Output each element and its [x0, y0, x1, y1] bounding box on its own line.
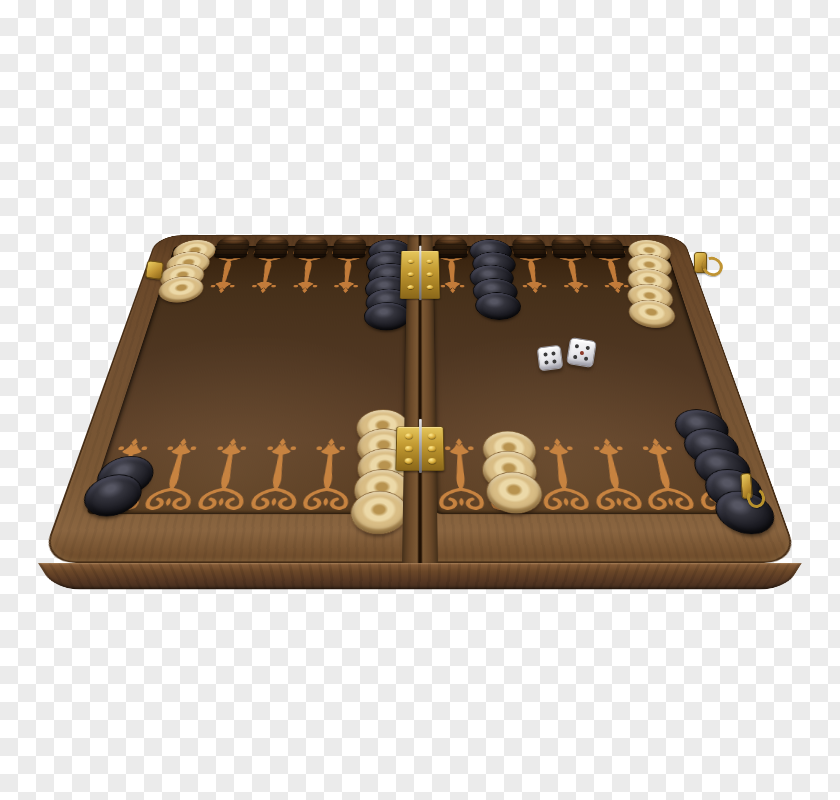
- board-left-half: [86, 246, 409, 514]
- point-inlay-motif: [248, 430, 306, 513]
- hinge-screw-icon: [407, 260, 413, 264]
- edge-checker-stack[interactable]: [550, 236, 587, 258]
- right-playing-field: [431, 246, 754, 514]
- edge-checker-stack[interactable]: [293, 236, 329, 258]
- hinge-screw-icon: [405, 433, 413, 439]
- backgammon-board: [40, 235, 800, 563]
- hinge-screw-icon: [427, 433, 435, 439]
- point-inlay-motif: [301, 430, 354, 513]
- hinge-screw-icon: [428, 445, 436, 451]
- hinge-screw-icon: [404, 458, 412, 464]
- hinge-screw-icon: [404, 445, 412, 451]
- edge-checker-stack[interactable]: [214, 236, 252, 258]
- edge-checker-stack[interactable]: [434, 236, 467, 258]
- hinge-screw-icon: [426, 260, 432, 264]
- hinge-screw-icon: [426, 272, 433, 276]
- edge-checker-stack[interactable]: [588, 236, 626, 258]
- hinge-screw-icon: [407, 285, 414, 289]
- brass-hook-right-top-icon: [699, 253, 726, 279]
- left-playing-field: [86, 246, 409, 514]
- checker-black[interactable]: [363, 302, 410, 330]
- edge-checker-stack[interactable]: [333, 236, 367, 258]
- board-right-half: [431, 246, 754, 514]
- checker-black[interactable]: [710, 491, 781, 534]
- checker-light[interactable]: [349, 491, 408, 534]
- board-front-edge: [38, 563, 802, 589]
- brass-hinge-bottom-icon: [395, 427, 444, 472]
- hinge-screw-icon: [407, 272, 414, 276]
- board-top-surface: [40, 235, 800, 563]
- brass-hinge-top-icon: [400, 251, 441, 299]
- center-fold-seam: [402, 235, 438, 563]
- hinge-screw-icon: [426, 285, 433, 289]
- transparent-background: [0, 0, 840, 800]
- brass-clasp-right-icon: [694, 252, 707, 273]
- edge-checker-stack[interactable]: [511, 236, 547, 258]
- hinge-screw-icon: [428, 458, 436, 464]
- edge-checker-stack[interactable]: [253, 236, 290, 258]
